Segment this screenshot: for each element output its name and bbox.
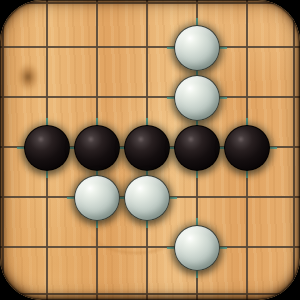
white-stone xyxy=(124,175,170,221)
black-stone xyxy=(174,125,220,171)
white-stone xyxy=(174,75,220,121)
black-stone-sphere xyxy=(174,125,220,171)
stones-layer xyxy=(0,0,300,300)
black-stone xyxy=(124,125,170,171)
white-stone-sphere xyxy=(174,225,220,271)
white-stone-sphere xyxy=(174,25,220,71)
black-stone-sphere xyxy=(224,125,270,171)
black-stone-sphere xyxy=(74,125,120,171)
white-stone xyxy=(74,175,120,221)
black-stone xyxy=(74,125,120,171)
white-stone-sphere xyxy=(124,175,170,221)
black-stone-sphere xyxy=(124,125,170,171)
black-stone xyxy=(24,125,70,171)
app-icon-tile xyxy=(0,0,300,300)
white-stone-sphere xyxy=(174,75,220,121)
black-stone xyxy=(224,125,270,171)
white-stone xyxy=(174,225,220,271)
black-stone-sphere xyxy=(24,125,70,171)
white-stone xyxy=(174,25,220,71)
white-stone-sphere xyxy=(74,175,120,221)
goban-board[interactable] xyxy=(0,0,300,300)
